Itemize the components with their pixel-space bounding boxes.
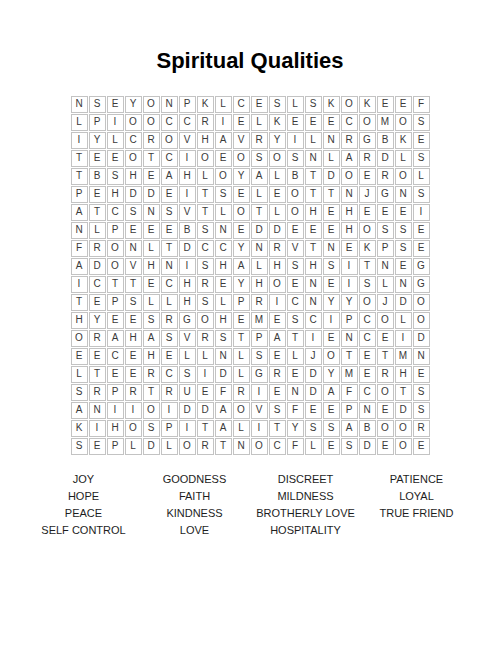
grid-cell[interactable]: O [377, 384, 394, 401]
grid-cell[interactable]: T [197, 420, 214, 437]
grid-cell[interactable]: E [89, 186, 106, 203]
grid-cell[interactable]: E [89, 438, 106, 455]
grid-cell[interactable]: V [251, 402, 268, 419]
grid-cell[interactable]: I [71, 276, 88, 293]
grid-cell[interactable]: R [233, 384, 250, 401]
grid-cell[interactable]: E [269, 312, 286, 329]
grid-cell[interactable]: L [197, 168, 214, 185]
grid-cell[interactable]: S [161, 204, 178, 221]
grid-cell[interactable]: K [71, 420, 88, 437]
grid-cell[interactable]: D [323, 168, 340, 185]
grid-cell[interactable]: L [395, 150, 412, 167]
grid-cell[interactable]: O [287, 186, 304, 203]
grid-cell[interactable]: F [215, 384, 232, 401]
grid-cell[interactable]: N [413, 348, 430, 365]
grid-cell[interactable]: C [233, 96, 250, 113]
grid-cell[interactable]: N [323, 240, 340, 257]
grid-cell[interactable]: S [107, 168, 124, 185]
grid-cell[interactable]: E [107, 312, 124, 329]
grid-cell[interactable]: N [359, 402, 376, 419]
grid-cell[interactable]: O [377, 420, 394, 437]
grid-cell[interactable]: I [125, 402, 142, 419]
grid-cell[interactable]: O [143, 114, 160, 131]
grid-cell[interactable]: E [107, 150, 124, 167]
grid-cell[interactable]: C [89, 276, 106, 293]
grid-cell[interactable]: N [251, 240, 268, 257]
grid-cell[interactable]: D [179, 240, 196, 257]
grid-cell[interactable]: P [71, 186, 88, 203]
grid-cell[interactable]: R [89, 240, 106, 257]
grid-cell[interactable]: H [107, 186, 124, 203]
grid-cell[interactable]: O [359, 294, 376, 311]
grid-cell[interactable]: A [251, 168, 268, 185]
grid-cell[interactable]: R [125, 384, 142, 401]
grid-cell[interactable]: R [161, 384, 178, 401]
grid-cell[interactable]: G [251, 366, 268, 383]
grid-cell[interactable]: R [197, 330, 214, 347]
grid-cell[interactable]: S [413, 402, 430, 419]
grid-cell[interactable]: N [341, 186, 358, 203]
grid-cell[interactable]: L [143, 294, 160, 311]
grid-cell[interactable]: B [377, 132, 394, 149]
grid-cell[interactable]: L [269, 204, 286, 221]
grid-cell[interactable]: B [179, 222, 196, 239]
grid-cell[interactable]: F [287, 402, 304, 419]
grid-cell[interactable]: L [287, 348, 304, 365]
grid-cell[interactable]: I [179, 150, 196, 167]
grid-cell[interactable]: O [197, 150, 214, 167]
grid-cell[interactable]: I [305, 330, 322, 347]
grid-cell[interactable]: S [395, 240, 412, 257]
grid-cell[interactable]: P [107, 294, 124, 311]
grid-cell[interactable]: A [71, 204, 88, 221]
grid-cell[interactable]: T [305, 168, 322, 185]
grid-cell[interactable]: H [179, 294, 196, 311]
grid-cell[interactable]: O [179, 438, 196, 455]
grid-cell[interactable]: D [179, 402, 196, 419]
grid-cell[interactable]: E [323, 114, 340, 131]
grid-cell[interactable]: O [143, 96, 160, 113]
grid-cell[interactable]: E [161, 222, 178, 239]
grid-cell[interactable]: D [359, 438, 376, 455]
grid-cell[interactable]: N [161, 96, 178, 113]
grid-cell[interactable]: N [305, 150, 322, 167]
grid-cell[interactable]: S [305, 420, 322, 437]
grid-cell[interactable]: O [125, 420, 142, 437]
grid-cell[interactable]: A [143, 330, 160, 347]
grid-cell[interactable]: H [215, 312, 232, 329]
grid-cell[interactable]: N [305, 294, 322, 311]
grid-cell[interactable]: G [377, 186, 394, 203]
grid-cell[interactable]: H [125, 168, 142, 185]
grid-cell[interactable]: H [215, 258, 232, 275]
grid-cell[interactable]: E [143, 168, 160, 185]
grid-cell[interactable]: Y [233, 240, 250, 257]
grid-cell[interactable]: L [305, 132, 322, 149]
grid-cell[interactable]: S [89, 96, 106, 113]
grid-cell[interactable]: E [341, 240, 358, 257]
grid-cell[interactable]: D [305, 384, 322, 401]
grid-cell[interactable]: Y [269, 132, 286, 149]
grid-cell[interactable]: O [161, 132, 178, 149]
grid-cell[interactable]: T [197, 204, 214, 221]
grid-cell[interactable]: E [413, 240, 430, 257]
grid-cell[interactable]: C [125, 132, 142, 149]
grid-cell[interactable]: H [107, 420, 124, 437]
grid-cell[interactable]: R [269, 240, 286, 257]
grid-cell[interactable]: R [413, 420, 430, 437]
grid-cell[interactable]: L [71, 114, 88, 131]
grid-cell[interactable]: A [71, 258, 88, 275]
grid-cell[interactable]: T [323, 186, 340, 203]
grid-cell[interactable]: D [305, 366, 322, 383]
grid-cell[interactable]: O [269, 150, 286, 167]
grid-cell[interactable]: D [269, 222, 286, 239]
grid-cell[interactable]: E [287, 222, 304, 239]
grid-cell[interactable]: S [413, 150, 430, 167]
grid-cell[interactable]: E [89, 348, 106, 365]
grid-cell[interactable]: Y [233, 168, 250, 185]
grid-cell[interactable]: O [359, 222, 376, 239]
grid-cell[interactable]: Y [89, 312, 106, 329]
grid-cell[interactable]: A [107, 330, 124, 347]
grid-cell[interactable]: S [215, 186, 232, 203]
grid-cell[interactable]: S [287, 312, 304, 329]
grid-cell[interactable]: C [179, 114, 196, 131]
grid-cell[interactable]: S [413, 114, 430, 131]
grid-cell[interactable]: C [359, 312, 376, 329]
grid-cell[interactable]: O [215, 168, 232, 185]
grid-cell[interactable]: N [71, 222, 88, 239]
grid-cell[interactable]: R [143, 132, 160, 149]
grid-cell[interactable]: O [233, 402, 250, 419]
grid-cell[interactable]: O [233, 204, 250, 221]
grid-cell[interactable]: E [323, 402, 340, 419]
grid-cell[interactable]: V [125, 258, 142, 275]
grid-cell[interactable]: O [71, 330, 88, 347]
grid-cell[interactable]: L [287, 96, 304, 113]
grid-cell[interactable]: T [125, 276, 142, 293]
grid-cell[interactable]: C [107, 204, 124, 221]
grid-cell[interactable]: D [377, 150, 394, 167]
grid-cell[interactable]: S [251, 150, 268, 167]
grid-cell[interactable]: H [269, 258, 286, 275]
grid-cell[interactable]: L [395, 312, 412, 329]
grid-cell[interactable]: E [359, 168, 376, 185]
grid-cell[interactable]: S [143, 312, 160, 329]
grid-cell[interactable]: T [89, 366, 106, 383]
grid-cell[interactable]: L [71, 366, 88, 383]
grid-cell[interactable]: T [107, 276, 124, 293]
grid-cell[interactable]: L [215, 96, 232, 113]
grid-cell[interactable]: N [233, 438, 250, 455]
grid-cell[interactable]: S [269, 96, 286, 113]
grid-cell[interactable]: E [251, 96, 268, 113]
grid-cell[interactable]: E [269, 384, 286, 401]
grid-cell[interactable]: N [71, 96, 88, 113]
grid-cell[interactable]: S [413, 384, 430, 401]
grid-cell[interactable]: S [323, 420, 340, 437]
grid-cell[interactable]: L [215, 294, 232, 311]
grid-cell[interactable]: B [359, 420, 376, 437]
grid-cell[interactable]: E [233, 222, 250, 239]
grid-cell[interactable]: N [323, 132, 340, 149]
grid-cell[interactable]: I [395, 330, 412, 347]
grid-cell[interactable]: S [359, 276, 376, 293]
grid-cell[interactable]: F [71, 240, 88, 257]
grid-cell[interactable]: B [287, 168, 304, 185]
grid-cell[interactable]: C [107, 348, 124, 365]
grid-cell[interactable]: I [413, 204, 430, 221]
grid-cell[interactable]: S [287, 150, 304, 167]
grid-cell[interactable]: D [251, 222, 268, 239]
grid-cell[interactable]: D [215, 366, 232, 383]
grid-cell[interactable]: H [395, 366, 412, 383]
grid-cell[interactable]: T [89, 204, 106, 221]
grid-cell[interactable]: V [179, 132, 196, 149]
grid-cell[interactable]: Y [341, 294, 358, 311]
grid-cell[interactable]: E [233, 186, 250, 203]
grid-cell[interactable]: U [179, 384, 196, 401]
grid-cell[interactable]: A [341, 420, 358, 437]
grid-cell[interactable]: I [251, 420, 268, 437]
grid-cell[interactable]: E [395, 258, 412, 275]
grid-cell[interactable]: L [251, 258, 268, 275]
grid-cell[interactable]: Y [125, 96, 142, 113]
grid-cell[interactable]: E [287, 114, 304, 131]
grid-cell[interactable]: E [89, 150, 106, 167]
grid-cell[interactable]: O [323, 348, 340, 365]
grid-cell[interactable]: H [179, 276, 196, 293]
grid-cell[interactable]: H [197, 132, 214, 149]
grid-cell[interactable]: E [125, 348, 142, 365]
grid-cell[interactable]: O [413, 294, 430, 311]
grid-cell[interactable]: R [377, 366, 394, 383]
grid-cell[interactable]: L [413, 168, 430, 185]
grid-cell[interactable]: E [305, 222, 322, 239]
grid-cell[interactable]: D [143, 186, 160, 203]
grid-cell[interactable]: H [125, 330, 142, 347]
grid-cell[interactable]: I [161, 402, 178, 419]
grid-cell[interactable]: P [107, 222, 124, 239]
grid-cell[interactable]: N [305, 276, 322, 293]
grid-cell[interactable]: L [269, 168, 286, 185]
grid-cell[interactable]: S [71, 384, 88, 401]
grid-cell[interactable]: O [233, 150, 250, 167]
grid-cell[interactable]: E [269, 348, 286, 365]
grid-cell[interactable]: L [107, 132, 124, 149]
grid-cell[interactable]: P [89, 114, 106, 131]
grid-cell[interactable]: O [377, 312, 394, 329]
grid-cell[interactable]: K [359, 240, 376, 257]
grid-cell[interactable]: O [287, 204, 304, 221]
grid-cell[interactable]: E [107, 96, 124, 113]
grid-cell[interactable]: P [251, 330, 268, 347]
grid-cell[interactable]: P [341, 402, 358, 419]
grid-cell[interactable]: T [269, 420, 286, 437]
grid-cell[interactable]: Y [287, 420, 304, 437]
grid-cell[interactable]: O [107, 258, 124, 275]
grid-cell[interactable]: F [341, 384, 358, 401]
grid-cell[interactable]: L [161, 294, 178, 311]
grid-cell[interactable]: A [215, 402, 232, 419]
grid-cell[interactable]: H [341, 204, 358, 221]
grid-cell[interactable]: N [395, 276, 412, 293]
grid-cell[interactable]: D [125, 186, 142, 203]
grid-cell[interactable]: V [287, 240, 304, 257]
grid-cell[interactable]: L [323, 150, 340, 167]
grid-cell[interactable]: D [143, 438, 160, 455]
grid-cell[interactable]: L [179, 348, 196, 365]
grid-cell[interactable]: I [215, 114, 232, 131]
grid-cell[interactable]: E [125, 366, 142, 383]
grid-cell[interactable]: S [323, 258, 340, 275]
grid-cell[interactable]: Y [233, 276, 250, 293]
grid-cell[interactable]: N [215, 222, 232, 239]
grid-cell[interactable]: O [197, 312, 214, 329]
grid-cell[interactable]: E [377, 204, 394, 221]
grid-cell[interactable]: E [233, 114, 250, 131]
grid-cell[interactable]: H [143, 348, 160, 365]
grid-cell[interactable]: I [269, 294, 286, 311]
grid-cell[interactable]: S [287, 258, 304, 275]
grid-cell[interactable]: T [71, 168, 88, 185]
grid-cell[interactable]: Y [323, 294, 340, 311]
grid-cell[interactable]: S [377, 222, 394, 239]
grid-cell[interactable]: C [215, 240, 232, 257]
grid-cell[interactable]: A [215, 420, 232, 437]
grid-cell[interactable]: A [269, 330, 286, 347]
grid-cell[interactable]: E [287, 276, 304, 293]
grid-cell[interactable]: T [305, 186, 322, 203]
grid-cell[interactable]: S [341, 438, 358, 455]
grid-cell[interactable]: S [197, 258, 214, 275]
grid-cell[interactable]: E [377, 438, 394, 455]
grid-cell[interactable]: E [197, 384, 214, 401]
grid-cell[interactable]: E [359, 348, 376, 365]
grid-cell[interactable]: O [413, 312, 430, 329]
grid-cell[interactable]: E [71, 348, 88, 365]
grid-cell[interactable]: E [161, 348, 178, 365]
grid-cell[interactable]: V [179, 204, 196, 221]
grid-cell[interactable]: R [161, 312, 178, 329]
grid-cell[interactable]: T [233, 330, 250, 347]
grid-cell[interactable]: I [341, 276, 358, 293]
grid-cell[interactable]: O [125, 150, 142, 167]
grid-cell[interactable]: K [197, 96, 214, 113]
grid-cell[interactable]: L [89, 222, 106, 239]
grid-cell[interactable]: E [377, 96, 394, 113]
grid-cell[interactable]: Y [323, 366, 340, 383]
grid-cell[interactable]: R [89, 384, 106, 401]
grid-cell[interactable]: S [251, 348, 268, 365]
grid-cell[interactable]: L [161, 438, 178, 455]
grid-cell[interactable]: L [233, 366, 250, 383]
grid-cell[interactable]: I [197, 366, 214, 383]
grid-cell[interactable]: E [359, 366, 376, 383]
grid-cell[interactable]: H [305, 258, 322, 275]
grid-cell[interactable]: J [377, 294, 394, 311]
grid-cell[interactable]: M [251, 312, 268, 329]
grid-cell[interactable]: L [233, 420, 250, 437]
grid-cell[interactable]: S [71, 438, 88, 455]
grid-cell[interactable]: S [395, 222, 412, 239]
grid-cell[interactable]: O [125, 114, 142, 131]
grid-cell[interactable]: E [323, 222, 340, 239]
grid-cell[interactable]: T [395, 384, 412, 401]
grid-cell[interactable]: E [413, 132, 430, 149]
grid-cell[interactable]: F [287, 438, 304, 455]
grid-cell[interactable]: H [341, 222, 358, 239]
grid-cell[interactable]: H [143, 258, 160, 275]
grid-cell[interactable]: H [179, 168, 196, 185]
grid-cell[interactable]: P [161, 420, 178, 437]
grid-cell[interactable]: F [413, 96, 430, 113]
grid-cell[interactable]: E [323, 204, 340, 221]
grid-cell[interactable]: S [197, 222, 214, 239]
grid-cell[interactable]: C [197, 240, 214, 257]
grid-cell[interactable]: E [323, 276, 340, 293]
grid-cell[interactable]: E [215, 276, 232, 293]
grid-cell[interactable]: G [413, 276, 430, 293]
grid-cell[interactable]: E [89, 294, 106, 311]
grid-cell[interactable]: K [359, 96, 376, 113]
grid-cell[interactable]: T [359, 258, 376, 275]
grid-cell[interactable]: O [251, 438, 268, 455]
grid-cell[interactable]: E [377, 330, 394, 347]
grid-cell[interactable]: C [161, 150, 178, 167]
grid-cell[interactable]: S [413, 186, 430, 203]
grid-cell[interactable]: A [71, 402, 88, 419]
grid-cell[interactable]: E [125, 312, 142, 329]
grid-cell[interactable]: O [107, 240, 124, 257]
grid-cell[interactable]: L [305, 438, 322, 455]
grid-cell[interactable]: O [341, 96, 358, 113]
grid-cell[interactable]: C [359, 384, 376, 401]
grid-cell[interactable]: T [71, 294, 88, 311]
grid-cell[interactable]: C [161, 366, 178, 383]
grid-cell[interactable]: P [107, 438, 124, 455]
grid-cell[interactable]: L [125, 438, 142, 455]
grid-cell[interactable]: T [143, 384, 160, 401]
grid-cell[interactable]: R [89, 330, 106, 347]
grid-cell[interactable]: O [395, 438, 412, 455]
grid-cell[interactable]: C [269, 438, 286, 455]
grid-cell[interactable]: V [179, 330, 196, 347]
grid-cell[interactable]: I [251, 384, 268, 401]
grid-cell[interactable]: T [143, 150, 160, 167]
grid-cell[interactable]: T [251, 204, 268, 221]
grid-cell[interactable]: S [197, 294, 214, 311]
grid-cell[interactable]: E [305, 402, 322, 419]
grid-cell[interactable]: L [197, 348, 214, 365]
grid-cell[interactable]: T [377, 348, 394, 365]
grid-cell[interactable]: I [71, 132, 88, 149]
grid-cell[interactable]: E [161, 186, 178, 203]
grid-cell[interactable]: E [125, 222, 142, 239]
grid-cell[interactable]: A [161, 168, 178, 185]
grid-cell[interactable]: J [305, 348, 322, 365]
grid-cell[interactable]: C [341, 114, 358, 131]
grid-cell[interactable]: T [215, 438, 232, 455]
grid-cell[interactable]: I [179, 420, 196, 437]
grid-cell[interactable]: N [161, 258, 178, 275]
grid-cell[interactable]: L [215, 204, 232, 221]
grid-cell[interactable]: R [197, 438, 214, 455]
grid-cell[interactable]: T [341, 348, 358, 365]
grid-cell[interactable]: A [323, 384, 340, 401]
grid-cell[interactable]: E [413, 222, 430, 239]
